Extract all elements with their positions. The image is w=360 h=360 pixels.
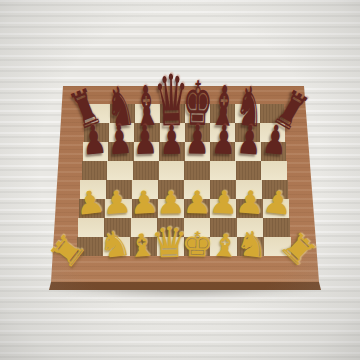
piece-white-pawn-h3: ♟ — [261, 186, 294, 220]
piece-white-pawn-c3: ♟ — [128, 186, 159, 219]
piece-white-rook-h1: ♜ — [274, 225, 322, 273]
piece-white-pawn-d3: ♟ — [156, 187, 186, 219]
piece-white-knight-g1: ♞ — [234, 225, 271, 264]
piece-black-pawn-b6: ♟ — [106, 120, 133, 162]
piece-black-pawn-a6: ♟ — [80, 119, 108, 161]
photo-of-chess-set: ♜♞♝♛♚♝♞♜♟♟♟♟♟♟♟♟♟♟♟♟♟♟♟♟♜♞♝♛♚♝♞♜ — [0, 0, 360, 360]
piece-white-rook-a1: ♜ — [44, 228, 92, 276]
piece-black-pawn-f6: ♟ — [210, 120, 236, 161]
piece-black-pawn-e6: ♟ — [185, 120, 210, 160]
piece-black-pawn-h6: ♟ — [261, 119, 289, 161]
piece-black-pawn-g6: ♟ — [236, 120, 263, 162]
piece-black-pawn-c6: ♟ — [133, 120, 159, 161]
piece-black-pawn-d6: ♟ — [159, 120, 184, 160]
pieces-layer: ♜♞♝♛♚♝♞♜♟♟♟♟♟♟♟♟♟♟♟♟♟♟♟♟♜♞♝♛♚♝♞♜ — [0, 0, 360, 360]
